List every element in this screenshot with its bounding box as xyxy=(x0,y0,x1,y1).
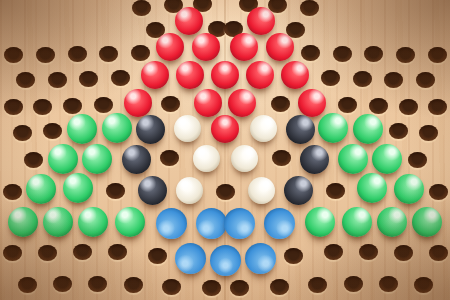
marble-white[interactable] xyxy=(176,177,203,204)
marble-red[interactable] xyxy=(281,61,309,89)
marble-red[interactable] xyxy=(192,33,220,61)
board-hole[interactable] xyxy=(414,277,433,293)
marble-white[interactable] xyxy=(174,115,201,142)
board-hole[interactable] xyxy=(108,244,127,260)
marble-red[interactable] xyxy=(175,7,203,35)
marble-green[interactable] xyxy=(78,207,108,237)
board-hole[interactable] xyxy=(428,47,447,63)
board-hole[interactable] xyxy=(271,96,290,112)
chinese-checkers-board xyxy=(0,0,450,300)
board-hole[interactable] xyxy=(344,276,363,292)
board-hole[interactable] xyxy=(36,47,55,63)
board-hole[interactable] xyxy=(429,184,448,200)
marble-red[interactable] xyxy=(230,33,258,61)
board-hole[interactable] xyxy=(88,276,107,292)
marble-green[interactable] xyxy=(48,144,78,174)
board-hole[interactable] xyxy=(326,183,345,199)
board-hole[interactable] xyxy=(18,277,37,293)
board-hole[interactable] xyxy=(428,99,447,115)
board-hole[interactable] xyxy=(429,245,448,261)
marble-black[interactable] xyxy=(284,176,313,205)
marble-red[interactable] xyxy=(266,33,294,61)
marble-red[interactable] xyxy=(247,7,275,35)
marble-green[interactable] xyxy=(394,174,424,204)
marble-green[interactable] xyxy=(357,173,387,203)
marble-green[interactable] xyxy=(26,174,56,204)
marble-green[interactable] xyxy=(67,114,97,144)
board-hole[interactable] xyxy=(13,125,32,141)
board-hole[interactable] xyxy=(389,123,408,139)
marble-green[interactable] xyxy=(102,113,132,143)
board-hole[interactable] xyxy=(3,245,22,261)
marble-blue[interactable] xyxy=(156,208,187,239)
board-hole[interactable] xyxy=(111,70,130,86)
board-hole[interactable] xyxy=(408,152,427,168)
board-hole[interactable] xyxy=(359,244,378,260)
marble-black[interactable] xyxy=(138,176,167,205)
board-hole[interactable] xyxy=(148,248,167,264)
board-hole[interactable] xyxy=(416,72,435,88)
marble-green[interactable] xyxy=(63,173,93,203)
board-hole[interactable] xyxy=(124,277,143,293)
board-hole[interactable] xyxy=(4,99,23,115)
marble-red[interactable] xyxy=(211,61,239,89)
board-hole[interactable] xyxy=(43,123,62,139)
board-hole[interactable] xyxy=(353,71,372,87)
marble-red[interactable] xyxy=(141,61,169,89)
board-hole[interactable] xyxy=(308,277,327,293)
marble-green[interactable] xyxy=(82,144,112,174)
board-hole[interactable] xyxy=(63,98,82,114)
marble-blue[interactable] xyxy=(224,208,255,239)
board-hole[interactable] xyxy=(419,125,438,141)
board-hole[interactable] xyxy=(161,96,180,112)
board-hole[interactable] xyxy=(73,244,92,260)
marble-blue[interactable] xyxy=(175,243,206,274)
board-hole[interactable] xyxy=(394,245,413,261)
board-hole[interactable] xyxy=(4,47,23,63)
marble-red[interactable] xyxy=(124,89,152,117)
marble-white[interactable] xyxy=(193,145,220,172)
marble-blue[interactable] xyxy=(210,245,241,276)
marble-red[interactable] xyxy=(228,89,256,117)
marble-red[interactable] xyxy=(156,33,184,61)
board-hole[interactable] xyxy=(301,45,320,61)
marble-blue[interactable] xyxy=(196,208,227,239)
marble-green[interactable] xyxy=(353,114,383,144)
board-hole[interactable] xyxy=(79,71,98,87)
board-hole[interactable] xyxy=(216,184,235,200)
marble-green[interactable] xyxy=(115,207,145,237)
board-hole[interactable] xyxy=(3,184,22,200)
board-hole[interactable] xyxy=(94,97,113,113)
marble-red[interactable] xyxy=(194,89,222,117)
marble-green[interactable] xyxy=(318,113,348,143)
board-hole[interactable] xyxy=(270,279,289,295)
marble-black[interactable] xyxy=(122,145,151,174)
board-hole[interactable] xyxy=(384,72,403,88)
board-hole[interactable] xyxy=(338,97,357,113)
board-hole[interactable] xyxy=(160,150,179,166)
board-hole[interactable] xyxy=(131,45,150,61)
marble-green[interactable] xyxy=(43,207,73,237)
marble-green[interactable] xyxy=(305,207,335,237)
board-hole[interactable] xyxy=(106,183,125,199)
marble-black[interactable] xyxy=(136,115,165,144)
marble-white[interactable] xyxy=(248,177,275,204)
board-hole[interactable] xyxy=(99,46,118,62)
marble-black[interactable] xyxy=(286,115,315,144)
board-hole[interactable] xyxy=(33,99,52,115)
board-hole[interactable] xyxy=(396,47,415,63)
board-hole[interactable] xyxy=(333,46,352,62)
marble-green[interactable] xyxy=(338,144,368,174)
marble-red[interactable] xyxy=(176,61,204,89)
board-hole[interactable] xyxy=(272,150,291,166)
marble-green[interactable] xyxy=(8,207,38,237)
marble-green[interactable] xyxy=(372,144,402,174)
board-hole[interactable] xyxy=(24,152,43,168)
marble-blue[interactable] xyxy=(245,243,276,274)
board-hole[interactable] xyxy=(321,70,340,86)
board-hole[interactable] xyxy=(284,248,303,264)
marble-red[interactable] xyxy=(246,61,274,89)
marble-white[interactable] xyxy=(231,145,258,172)
board-hole[interactable] xyxy=(364,46,383,62)
board-hole[interactable] xyxy=(68,46,87,62)
marble-red[interactable] xyxy=(211,115,239,143)
marble-blue[interactable] xyxy=(264,208,295,239)
marble-green[interactable] xyxy=(412,207,442,237)
board-hole[interactable] xyxy=(16,72,35,88)
board-hole[interactable] xyxy=(162,279,181,295)
board-hole[interactable] xyxy=(300,0,319,16)
board-hole[interactable] xyxy=(38,245,57,261)
board-hole[interactable] xyxy=(369,98,388,114)
board-hole[interactable] xyxy=(399,99,418,115)
board-hole[interactable] xyxy=(324,244,343,260)
board-hole[interactable] xyxy=(53,276,72,292)
board-hole[interactable] xyxy=(379,276,398,292)
board-hole[interactable] xyxy=(230,280,249,296)
marble-red[interactable] xyxy=(298,89,326,117)
marble-black[interactable] xyxy=(300,145,329,174)
marble-white[interactable] xyxy=(250,115,277,142)
marble-green[interactable] xyxy=(342,207,372,237)
board-hole[interactable] xyxy=(202,280,221,296)
board-hole[interactable] xyxy=(48,72,67,88)
board-hole[interactable] xyxy=(132,0,151,16)
marble-green[interactable] xyxy=(377,207,407,237)
